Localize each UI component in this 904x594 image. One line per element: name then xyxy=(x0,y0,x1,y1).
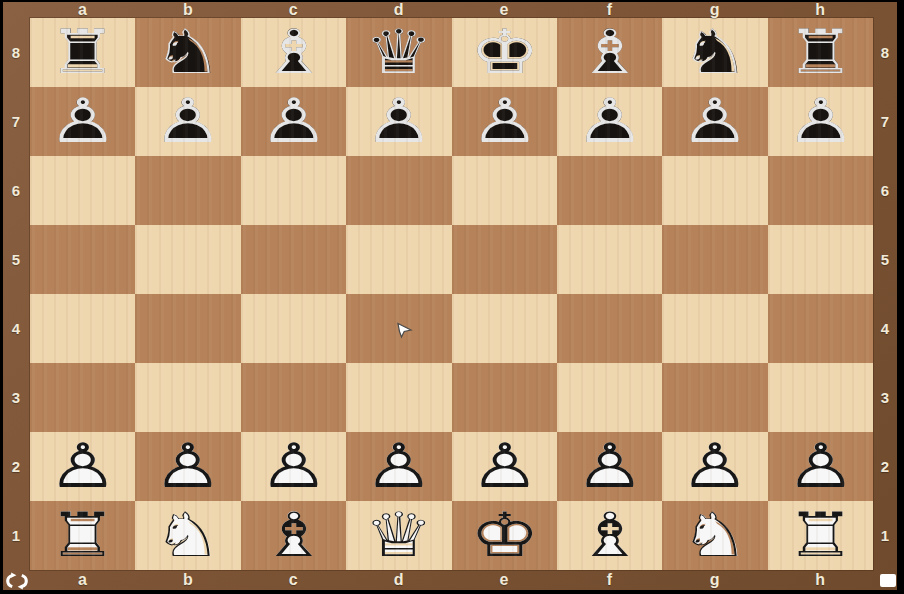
file-label-h-top: h xyxy=(768,2,873,18)
rank-label-7-right: 7 xyxy=(873,87,897,156)
rank-label-3-left: 3 xyxy=(3,363,29,432)
rank-labels-right: 87654321 xyxy=(873,18,897,570)
rank-label-2-right: 2 xyxy=(873,432,897,501)
rank-label-5-right: 5 xyxy=(873,225,897,294)
square-b4[interactable] xyxy=(135,294,240,363)
file-label-h-bottom: h xyxy=(768,570,873,590)
square-c3[interactable] xyxy=(241,363,346,432)
file-label-f-bottom: f xyxy=(557,570,662,590)
square-h7[interactable]: ♟♙ xyxy=(768,87,873,156)
square-h3[interactable] xyxy=(768,363,873,432)
square-d8[interactable]: ♛♕ xyxy=(346,18,451,87)
rank-labels-left: 87654321 xyxy=(3,18,29,570)
square-g2[interactable]: ♟♙ xyxy=(662,432,767,501)
rank-label-1-right: 1 xyxy=(873,501,897,570)
square-f6[interactable] xyxy=(557,156,662,225)
square-f3[interactable] xyxy=(557,363,662,432)
square-h4[interactable] xyxy=(768,294,873,363)
file-label-e-bottom: e xyxy=(452,570,557,590)
square-g8[interactable]: ♞♘ xyxy=(662,18,767,87)
square-e1[interactable]: ♚♔ xyxy=(452,501,557,570)
rank-label-1-left: 1 xyxy=(3,501,29,570)
square-b7[interactable]: ♟♙ xyxy=(135,87,240,156)
square-h8[interactable]: ♜♖ xyxy=(768,18,873,87)
piece-white-pawn[interactable]: ♟♙ xyxy=(753,432,888,501)
square-d5[interactable] xyxy=(346,225,451,294)
square-h1[interactable]: ♜♖ xyxy=(768,501,873,570)
rank-label-4-left: 4 xyxy=(3,294,29,363)
board-frame: ♜♖♞♘♝♗♛♕♚♔♝♗♞♘♜♖♟♙♟♙♟♙♟♙♟♙♟♙♟♙♟♙♟♙♟♙♟♙♟♙… xyxy=(3,2,897,590)
square-e3[interactable] xyxy=(452,363,557,432)
square-h6[interactable] xyxy=(768,156,873,225)
square-c6[interactable] xyxy=(241,156,346,225)
square-g1[interactable]: ♞♘ xyxy=(662,501,767,570)
file-label-c-top: c xyxy=(241,2,346,18)
rank-label-2-left: 2 xyxy=(3,432,29,501)
file-label-b-bottom: b xyxy=(135,570,240,590)
rank-label-4-right: 4 xyxy=(873,294,897,363)
square-b5[interactable] xyxy=(135,225,240,294)
file-labels-bottom: abcdefgh xyxy=(30,570,873,590)
file-label-g-top: g xyxy=(662,2,767,18)
square-d4[interactable] xyxy=(346,294,451,363)
square-e8[interactable]: ♚♔ xyxy=(452,18,557,87)
file-labels-top: abcdefgh xyxy=(30,2,873,18)
square-h5[interactable] xyxy=(768,225,873,294)
file-label-g-bottom: g xyxy=(662,570,767,590)
rank-label-8-left: 8 xyxy=(3,18,29,87)
file-label-a-bottom: a xyxy=(30,570,135,590)
square-h2[interactable]: ♟♙ xyxy=(768,432,873,501)
square-b3[interactable] xyxy=(135,363,240,432)
square-a5[interactable] xyxy=(30,225,135,294)
square-b2[interactable]: ♟♙ xyxy=(135,432,240,501)
square-g7[interactable]: ♟♙ xyxy=(662,87,767,156)
flip-board-button[interactable] xyxy=(5,572,29,590)
file-label-e-top: e xyxy=(452,2,557,18)
square-g5[interactable] xyxy=(662,225,767,294)
file-label-d-bottom: d xyxy=(346,570,451,590)
square-e4[interactable] xyxy=(452,294,557,363)
square-f5[interactable] xyxy=(557,225,662,294)
file-label-b-top: b xyxy=(135,2,240,18)
square-c5[interactable] xyxy=(241,225,346,294)
rank-label-7-left: 7 xyxy=(3,87,29,156)
rank-label-8-right: 8 xyxy=(873,18,897,87)
rank-label-5-left: 5 xyxy=(3,225,29,294)
square-e7[interactable]: ♟♙ xyxy=(452,87,557,156)
square-g4[interactable] xyxy=(662,294,767,363)
square-a4[interactable] xyxy=(30,294,135,363)
square-e6[interactable] xyxy=(452,156,557,225)
square-e5[interactable] xyxy=(452,225,557,294)
rank-label-6-right: 6 xyxy=(873,156,897,225)
square-a3[interactable] xyxy=(30,363,135,432)
square-d2[interactable]: ♟♙ xyxy=(346,432,451,501)
file-label-a-top: a xyxy=(30,2,135,18)
square-d1[interactable]: ♛♕ xyxy=(346,501,451,570)
screen: ♜♖♞♘♝♗♛♕♚♔♝♗♞♘♜♖♟♙♟♙♟♙♟♙♟♙♟♙♟♙♟♙♟♙♟♙♟♙♟♙… xyxy=(0,0,904,594)
piece-black-pawn[interactable]: ♟♙ xyxy=(753,87,888,156)
square-e2[interactable]: ♟♙ xyxy=(452,432,557,501)
file-label-d-top: d xyxy=(346,2,451,18)
rank-label-3-right: 3 xyxy=(873,363,897,432)
piece-white-rook[interactable]: ♜♖ xyxy=(753,501,888,570)
square-f4[interactable] xyxy=(557,294,662,363)
square-a6[interactable] xyxy=(30,156,135,225)
square-g6[interactable] xyxy=(662,156,767,225)
circular-arrows-icon xyxy=(5,572,29,590)
file-label-c-bottom: c xyxy=(241,570,346,590)
square-b8[interactable]: ♞♘ xyxy=(135,18,240,87)
piece-black-rook[interactable]: ♜♖ xyxy=(753,18,888,87)
stop-button[interactable] xyxy=(880,574,896,587)
square-d3[interactable] xyxy=(346,363,451,432)
square-d7[interactable]: ♟♙ xyxy=(346,87,451,156)
file-label-f-top: f xyxy=(557,2,662,18)
rank-label-6-left: 6 xyxy=(3,156,29,225)
square-c4[interactable] xyxy=(241,294,346,363)
chess-board: ♜♖♞♘♝♗♛♕♚♔♝♗♞♘♜♖♟♙♟♙♟♙♟♙♟♙♟♙♟♙♟♙♟♙♟♙♟♙♟♙… xyxy=(30,18,873,570)
square-b6[interactable] xyxy=(135,156,240,225)
square-d6[interactable] xyxy=(346,156,451,225)
square-g3[interactable] xyxy=(662,363,767,432)
square-b1[interactable]: ♞♘ xyxy=(135,501,240,570)
